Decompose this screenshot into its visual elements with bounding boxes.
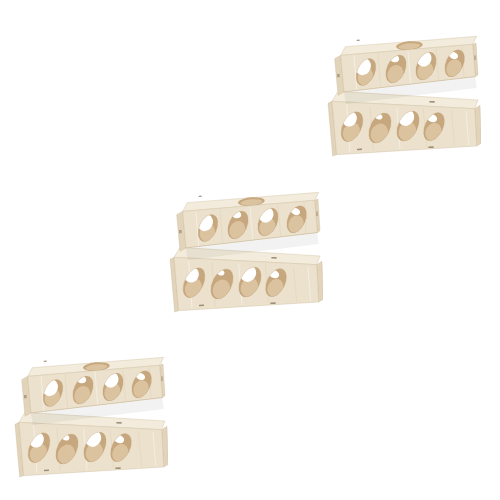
product-photo-1	[326, 36, 481, 158]
product-photo-2	[168, 192, 323, 314]
product-photo-3	[13, 357, 168, 479]
product-collage	[0, 0, 500, 500]
